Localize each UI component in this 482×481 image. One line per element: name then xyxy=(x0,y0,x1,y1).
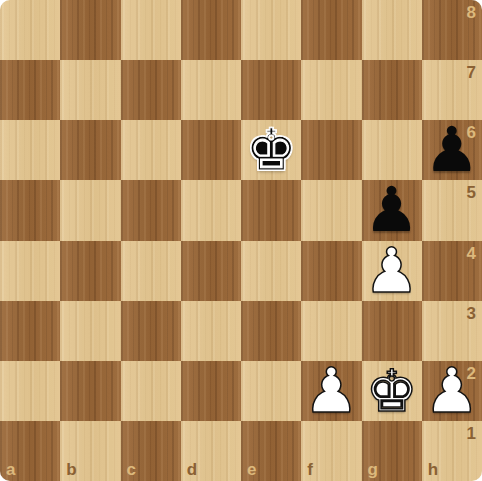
square-e8[interactable] xyxy=(241,0,301,60)
square-h8[interactable]: 8 xyxy=(422,0,482,60)
square-d6[interactable] xyxy=(181,120,241,180)
file-label-f: f xyxy=(307,461,313,478)
rank-label-8: 8 xyxy=(467,4,476,21)
square-f8[interactable] xyxy=(301,0,361,60)
square-f5[interactable] xyxy=(301,180,361,240)
piece-white-pawn[interactable]: ♟ xyxy=(424,361,480,421)
file-label-g: g xyxy=(368,461,378,478)
square-h3[interactable]: 3 xyxy=(422,301,482,361)
rank-label-1: 1 xyxy=(467,425,476,442)
square-b4[interactable] xyxy=(60,241,120,301)
piece-white-pawn[interactable]: ♟ xyxy=(304,361,360,421)
square-a6[interactable] xyxy=(0,120,60,180)
file-label-d: d xyxy=(187,461,197,478)
square-f1[interactable]: f xyxy=(301,421,361,481)
square-f7[interactable] xyxy=(301,60,361,120)
square-e3[interactable] xyxy=(241,301,301,361)
square-g1[interactable]: g xyxy=(362,421,422,481)
square-e4[interactable] xyxy=(241,241,301,301)
square-b5[interactable] xyxy=(60,180,120,240)
square-a4[interactable] xyxy=(0,241,60,301)
square-d1[interactable]: d xyxy=(181,421,241,481)
rank-label-5: 5 xyxy=(467,184,476,201)
piece-black-king[interactable]: ♚ xyxy=(245,120,297,180)
piece-black-pawn[interactable]: ♟ xyxy=(424,120,480,180)
square-h7[interactable]: 7 xyxy=(422,60,482,120)
square-a1[interactable]: a xyxy=(0,421,60,481)
square-b6[interactable] xyxy=(60,120,120,180)
piece-white-pawn[interactable]: ♟ xyxy=(364,241,420,301)
square-e2[interactable] xyxy=(241,361,301,421)
square-a3[interactable] xyxy=(0,301,60,361)
piece-white-king[interactable]: ♚ xyxy=(366,361,418,421)
file-label-e: e xyxy=(247,461,256,478)
square-a7[interactable] xyxy=(0,60,60,120)
square-c4[interactable] xyxy=(121,241,181,301)
square-c6[interactable] xyxy=(121,120,181,180)
square-g6[interactable] xyxy=(362,120,422,180)
rank-label-4: 4 xyxy=(467,245,476,262)
square-b2[interactable] xyxy=(60,361,120,421)
square-c8[interactable] xyxy=(121,0,181,60)
square-d5[interactable] xyxy=(181,180,241,240)
square-b7[interactable] xyxy=(60,60,120,120)
square-f4[interactable] xyxy=(301,241,361,301)
square-c2[interactable] xyxy=(121,361,181,421)
square-g5[interactable]: ♟ xyxy=(362,180,422,240)
square-c3[interactable] xyxy=(121,301,181,361)
file-label-a: a xyxy=(6,461,15,478)
square-b8[interactable] xyxy=(60,0,120,60)
square-e5[interactable] xyxy=(241,180,301,240)
square-d8[interactable] xyxy=(181,0,241,60)
square-h5[interactable]: 5 xyxy=(422,180,482,240)
square-f3[interactable] xyxy=(301,301,361,361)
chess-board: 87♚6♟♟5♟43♟♚2♟abcdefg1h xyxy=(0,0,482,481)
square-g3[interactable] xyxy=(362,301,422,361)
square-g7[interactable] xyxy=(362,60,422,120)
square-h6[interactable]: 6♟ xyxy=(422,120,482,180)
square-c7[interactable] xyxy=(121,60,181,120)
square-a2[interactable] xyxy=(0,361,60,421)
square-d7[interactable] xyxy=(181,60,241,120)
square-f6[interactable] xyxy=(301,120,361,180)
rank-label-3: 3 xyxy=(467,305,476,322)
square-f2[interactable]: ♟ xyxy=(301,361,361,421)
square-d2[interactable] xyxy=(181,361,241,421)
rank-label-7: 7 xyxy=(467,64,476,81)
square-e1[interactable]: e xyxy=(241,421,301,481)
square-h4[interactable]: 4 xyxy=(422,241,482,301)
square-h1[interactable]: 1h xyxy=(422,421,482,481)
piece-black-pawn[interactable]: ♟ xyxy=(364,180,420,240)
square-e7[interactable] xyxy=(241,60,301,120)
file-label-h: h xyxy=(428,461,438,478)
square-d3[interactable] xyxy=(181,301,241,361)
square-a8[interactable] xyxy=(0,0,60,60)
square-h2[interactable]: 2♟ xyxy=(422,361,482,421)
square-c5[interactable] xyxy=(121,180,181,240)
file-label-b: b xyxy=(66,461,76,478)
square-a5[interactable] xyxy=(0,180,60,240)
square-b3[interactable] xyxy=(60,301,120,361)
square-d4[interactable] xyxy=(181,241,241,301)
square-g4[interactable]: ♟ xyxy=(362,241,422,301)
square-e6[interactable]: ♚ xyxy=(241,120,301,180)
square-g2[interactable]: ♚ xyxy=(362,361,422,421)
square-g8[interactable] xyxy=(362,0,422,60)
square-c1[interactable]: c xyxy=(121,421,181,481)
file-label-c: c xyxy=(127,461,136,478)
square-b1[interactable]: b xyxy=(60,421,120,481)
